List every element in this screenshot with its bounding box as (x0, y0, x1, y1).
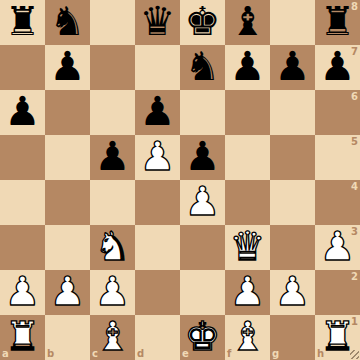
square-h2[interactable]: 2 (315, 270, 360, 315)
piece-white-pawn[interactable]: ♟ (95, 269, 131, 314)
square-d4[interactable] (135, 180, 180, 225)
file-label-b: b (47, 349, 54, 359)
square-a2[interactable]: ♟ (0, 270, 45, 315)
square-g4[interactable] (270, 180, 315, 225)
piece-black-rook[interactable]: ♜ (5, 0, 41, 44)
square-b4[interactable] (45, 180, 90, 225)
chess-board: ♜♞♛♚♝♜8♟♞♟♟♟7♟♟6♟♟♟5♟4♞♛♟3♟♟♟♟♟2♜ab♝cd♚e… (0, 0, 360, 360)
square-d5[interactable]: ♟ (135, 135, 180, 180)
piece-black-bishop[interactable]: ♝ (230, 0, 266, 44)
square-f6[interactable] (225, 90, 270, 135)
piece-white-queen[interactable]: ♛ (230, 224, 266, 269)
square-e4[interactable]: ♟ (180, 180, 225, 225)
square-e1[interactable]: ♚e (180, 315, 225, 360)
piece-black-knight[interactable]: ♞ (50, 0, 86, 44)
piece-black-pawn[interactable]: ♟ (140, 89, 176, 134)
rank-label-4: 4 (351, 182, 358, 192)
square-f3[interactable]: ♛ (225, 225, 270, 270)
square-g6[interactable] (270, 90, 315, 135)
square-g7[interactable]: ♟ (270, 45, 315, 90)
square-h3[interactable]: ♟3 (315, 225, 360, 270)
piece-black-knight[interactable]: ♞ (185, 44, 221, 89)
file-label-g: g (272, 349, 279, 359)
piece-white-pawn[interactable]: ♟ (320, 224, 356, 269)
square-c2[interactable]: ♟ (90, 270, 135, 315)
piece-white-bishop[interactable]: ♝ (95, 314, 131, 359)
square-c8[interactable] (90, 0, 135, 45)
square-a4[interactable] (0, 180, 45, 225)
square-d1[interactable]: d (135, 315, 180, 360)
square-e8[interactable]: ♚ (180, 0, 225, 45)
square-d3[interactable] (135, 225, 180, 270)
square-b6[interactable] (45, 90, 90, 135)
file-label-d: d (137, 349, 144, 359)
square-h4[interactable]: 4 (315, 180, 360, 225)
piece-white-pawn[interactable]: ♟ (275, 269, 311, 314)
square-h7[interactable]: ♟7 (315, 45, 360, 90)
square-e3[interactable] (180, 225, 225, 270)
square-b8[interactable]: ♞ (45, 0, 90, 45)
square-f8[interactable]: ♝ (225, 0, 270, 45)
square-b1[interactable]: b (45, 315, 90, 360)
square-a5[interactable] (0, 135, 45, 180)
resize-handle-icon[interactable] (350, 350, 359, 359)
piece-white-pawn[interactable]: ♟ (50, 269, 86, 314)
piece-white-pawn[interactable]: ♟ (5, 269, 41, 314)
square-e2[interactable] (180, 270, 225, 315)
piece-black-queen[interactable]: ♛ (140, 0, 176, 44)
square-f2[interactable]: ♟ (225, 270, 270, 315)
rank-label-6: 6 (351, 92, 358, 102)
square-c3[interactable]: ♞ (90, 225, 135, 270)
square-b7[interactable]: ♟ (45, 45, 90, 90)
piece-white-king[interactable]: ♚ (185, 314, 221, 359)
square-c5[interactable]: ♟ (90, 135, 135, 180)
rank-label-5: 5 (351, 137, 358, 147)
square-b2[interactable]: ♟ (45, 270, 90, 315)
square-c4[interactable] (90, 180, 135, 225)
square-h8[interactable]: ♜8 (315, 0, 360, 45)
square-f7[interactable]: ♟ (225, 45, 270, 90)
piece-white-knight[interactable]: ♞ (95, 224, 131, 269)
piece-black-pawn[interactable]: ♟ (50, 44, 86, 89)
square-a7[interactable] (0, 45, 45, 90)
rank-label-2: 2 (351, 272, 358, 282)
piece-white-pawn[interactable]: ♟ (230, 269, 266, 314)
square-c7[interactable] (90, 45, 135, 90)
square-d6[interactable]: ♟ (135, 90, 180, 135)
piece-black-rook[interactable]: ♜ (320, 0, 356, 44)
piece-black-pawn[interactable]: ♟ (5, 89, 41, 134)
piece-white-bishop[interactable]: ♝ (230, 314, 266, 359)
square-e6[interactable] (180, 90, 225, 135)
square-f4[interactable] (225, 180, 270, 225)
square-g5[interactable] (270, 135, 315, 180)
piece-white-rook[interactable]: ♜ (5, 314, 41, 359)
square-d2[interactable] (135, 270, 180, 315)
square-g1[interactable]: g (270, 315, 315, 360)
square-d8[interactable]: ♛ (135, 0, 180, 45)
square-e7[interactable]: ♞ (180, 45, 225, 90)
square-h6[interactable]: 6 (315, 90, 360, 135)
square-c1[interactable]: ♝c (90, 315, 135, 360)
piece-black-pawn[interactable]: ♟ (230, 44, 266, 89)
square-g8[interactable] (270, 0, 315, 45)
square-e5[interactable]: ♟ (180, 135, 225, 180)
square-d7[interactable] (135, 45, 180, 90)
square-g2[interactable]: ♟ (270, 270, 315, 315)
square-c6[interactable] (90, 90, 135, 135)
piece-black-pawn[interactable]: ♟ (320, 44, 356, 89)
square-b3[interactable] (45, 225, 90, 270)
piece-black-pawn[interactable]: ♟ (275, 44, 311, 89)
square-a8[interactable]: ♜ (0, 0, 45, 45)
square-h5[interactable]: 5 (315, 135, 360, 180)
piece-white-pawn[interactable]: ♟ (185, 179, 221, 224)
square-g3[interactable] (270, 225, 315, 270)
square-f1[interactable]: ♝f (225, 315, 270, 360)
square-b5[interactable] (45, 135, 90, 180)
piece-black-pawn[interactable]: ♟ (185, 134, 221, 179)
square-f5[interactable] (225, 135, 270, 180)
square-a6[interactable]: ♟ (0, 90, 45, 135)
piece-white-pawn[interactable]: ♟ (140, 134, 176, 179)
square-a3[interactable] (0, 225, 45, 270)
piece-black-pawn[interactable]: ♟ (95, 134, 131, 179)
piece-black-king[interactable]: ♚ (185, 0, 221, 44)
square-a1[interactable]: ♜a (0, 315, 45, 360)
